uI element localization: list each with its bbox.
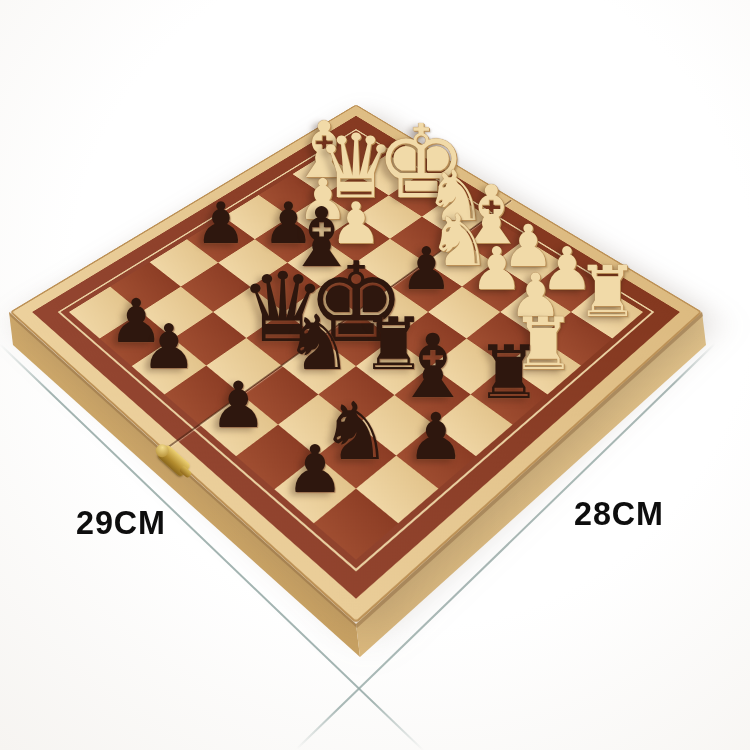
chess-board xyxy=(10,104,703,623)
product-photo: ♟♟♟♟♝♛♞♚♟♜♟♝♟♞♟♜♝♛♟♟♚♞♞♝♟♟♟♟♜♜ 29CM 28CM xyxy=(0,0,750,750)
dimension-label-width: 29CM xyxy=(76,503,166,542)
dimension-label-depth: 28CM xyxy=(574,494,664,533)
board-frame xyxy=(10,104,703,623)
